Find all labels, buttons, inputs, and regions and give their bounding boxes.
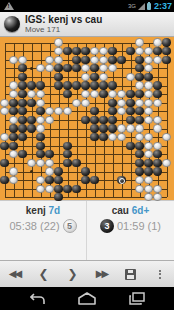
black-stone	[0, 176, 8, 184]
black-stone	[9, 124, 17, 132]
white-stone	[135, 38, 143, 46]
white-stone	[153, 99, 161, 107]
black-captures-badge: 3	[100, 219, 114, 233]
white-stone	[117, 90, 125, 98]
white-stone	[99, 64, 107, 72]
black-stone	[90, 81, 98, 89]
black-stone	[135, 107, 143, 115]
white-stone	[45, 167, 53, 175]
white-stone	[162, 159, 170, 167]
black-stone	[45, 150, 53, 158]
black-stone	[108, 56, 116, 64]
white-stone	[36, 124, 44, 132]
move-toolbar: ◀◀ ❮ ❯ ▶▶	[0, 260, 174, 287]
black-stone	[135, 167, 143, 175]
black-stone	[108, 81, 116, 89]
overflow-menu-icon	[159, 270, 161, 279]
black-stone	[135, 73, 143, 81]
white-stone	[54, 56, 62, 64]
white-stone	[9, 56, 17, 64]
black-stone	[99, 133, 107, 141]
white-stone	[0, 107, 8, 115]
black-stone	[27, 116, 35, 124]
black-stone	[27, 124, 35, 132]
white-stone	[117, 133, 125, 141]
black-stone	[18, 81, 26, 89]
black-stone	[108, 124, 116, 132]
first-move-button[interactable]: ◀◀	[5, 264, 25, 284]
white-stone	[99, 47, 107, 55]
black-stone	[135, 159, 143, 167]
app-header: IGS: kenj vs cau Move 171	[0, 12, 174, 37]
white-stone	[45, 159, 53, 167]
black-stone	[126, 142, 134, 150]
black-stone	[0, 142, 8, 150]
white-clock: 05:38 (22)	[9, 220, 59, 232]
white-stone	[153, 142, 161, 150]
last-move-marker	[119, 178, 125, 184]
white-stone	[135, 47, 143, 55]
black-stone	[99, 124, 107, 132]
home-icon	[78, 292, 96, 305]
black-stone	[135, 150, 143, 158]
black-stone	[126, 116, 134, 124]
black-stone	[54, 167, 62, 175]
black-stone	[90, 124, 98, 132]
white-stone	[162, 133, 170, 141]
black-stone	[45, 176, 53, 184]
white-player-name: kenj	[26, 205, 46, 216]
white-stone	[144, 47, 152, 55]
white-stone	[144, 142, 152, 150]
white-stone	[45, 56, 53, 64]
grid-line	[167, 43, 168, 198]
black-stone	[144, 73, 152, 81]
white-stone	[9, 167, 17, 175]
white-stone	[117, 99, 125, 107]
save-button[interactable]	[121, 264, 141, 284]
white-stone	[135, 133, 143, 141]
black-stone	[27, 81, 35, 89]
white-stone	[45, 64, 53, 72]
black-stone	[36, 150, 44, 158]
white-stone	[117, 107, 125, 115]
white-stone	[36, 185, 44, 193]
black-stone	[18, 133, 26, 141]
white-stone	[144, 56, 152, 64]
white-stone	[135, 124, 143, 132]
black-stone	[54, 64, 62, 72]
black-stone	[36, 107, 44, 115]
white-stone	[126, 73, 134, 81]
black-stone	[18, 64, 26, 72]
black-stone	[18, 150, 26, 158]
grid-line	[122, 43, 123, 198]
white-stone	[18, 56, 26, 64]
white-stone	[0, 99, 8, 107]
black-stone	[63, 81, 71, 89]
white-stone	[81, 64, 89, 72]
black-stone	[153, 159, 161, 167]
black-go-stone-icon	[4, 16, 20, 32]
white-stone	[153, 56, 161, 64]
white-stone	[36, 159, 44, 167]
white-stone	[90, 47, 98, 55]
white-captures-badge: 5	[63, 219, 77, 233]
white-player-rank: 7d	[49, 205, 61, 216]
black-stone	[18, 90, 26, 98]
white-stone	[36, 116, 44, 124]
black-player-panel: cau 6d+ 3 01:59 (1)	[87, 201, 174, 260]
last-move-button[interactable]: ▶▶	[92, 264, 112, 284]
white-stone	[45, 116, 53, 124]
next-move-button[interactable]: ❯	[63, 264, 83, 284]
black-stone	[18, 116, 26, 124]
black-stone	[108, 99, 116, 107]
black-stone	[153, 47, 161, 55]
white-stone	[27, 90, 35, 98]
black-stone	[18, 73, 26, 81]
white-stone	[27, 159, 35, 167]
black-stone	[153, 81, 161, 89]
white-stone	[45, 185, 53, 193]
white-stone	[108, 64, 116, 72]
black-stone	[72, 159, 80, 167]
black-stone	[90, 176, 98, 184]
black-stone	[126, 90, 134, 98]
black-stone	[63, 185, 71, 193]
save-icon	[125, 269, 136, 280]
black-stone	[72, 47, 80, 55]
black-stone	[9, 133, 17, 141]
black-stone	[18, 124, 26, 132]
black-stone	[99, 81, 107, 89]
black-stone	[135, 116, 143, 124]
player-panel: kenj 7d 05:38 (22) 5 cau 6d+ 3 01:59 (1)	[0, 200, 174, 260]
black-stone	[135, 90, 143, 98]
white-stone	[0, 133, 8, 141]
black-stone	[63, 90, 71, 98]
black-stone	[81, 56, 89, 64]
black-player-rank: 6d+	[132, 205, 150, 216]
black-stone	[27, 99, 35, 107]
black-stone	[81, 81, 89, 89]
black-stone	[81, 167, 89, 175]
black-stone	[90, 107, 98, 115]
back-button[interactable]	[26, 291, 50, 307]
back-icon	[30, 293, 46, 305]
black-stone	[135, 142, 143, 150]
black-stone	[108, 107, 116, 115]
status-bar: 3G 2:37	[0, 0, 174, 12]
black-stone	[9, 107, 17, 115]
android-nav-bar	[0, 287, 174, 310]
black-stone	[108, 116, 116, 124]
white-player-panel: kenj 7d 05:38 (22) 5	[0, 201, 87, 260]
white-stone	[144, 133, 152, 141]
signal-icon	[138, 3, 145, 10]
black-stone	[90, 133, 98, 141]
black-stone	[153, 150, 161, 158]
black-stone	[18, 107, 26, 115]
black-stone	[63, 47, 71, 55]
black-stone	[63, 142, 71, 150]
black-player-name: cau	[112, 205, 129, 216]
black-stone	[135, 64, 143, 72]
white-stone	[63, 107, 71, 115]
white-stone	[144, 150, 152, 158]
black-stone	[54, 81, 62, 89]
white-stone	[135, 176, 143, 184]
black-stone	[9, 142, 17, 150]
clock-label: 2:37	[154, 2, 172, 11]
black-stone	[72, 185, 80, 193]
white-stone	[54, 107, 62, 115]
overflow-menu-button[interactable]	[150, 264, 170, 284]
black-stone	[162, 56, 170, 64]
black-stone	[117, 56, 125, 64]
black-stone	[90, 64, 98, 72]
black-stone	[90, 116, 98, 124]
white-stone	[153, 185, 161, 193]
star-point	[30, 67, 33, 70]
white-stone	[81, 90, 89, 98]
black-stone	[72, 56, 80, 64]
black-stone	[144, 159, 152, 167]
white-stone	[126, 124, 134, 132]
black-stone	[99, 116, 107, 124]
black-stone	[81, 176, 89, 184]
white-stone	[153, 38, 161, 46]
white-stone	[99, 73, 107, 81]
black-stone	[90, 73, 98, 81]
go-board[interactable]	[0, 37, 174, 200]
black-stone	[63, 64, 71, 72]
white-stone	[144, 90, 152, 98]
white-stone	[9, 81, 17, 89]
white-stone	[144, 116, 152, 124]
prev-move-button[interactable]: ❮	[34, 264, 54, 284]
black-stone	[81, 47, 89, 55]
white-stone	[90, 56, 98, 64]
black-stone	[72, 64, 80, 72]
black-stone	[126, 99, 134, 107]
white-stone	[45, 107, 53, 115]
battery-icon	[147, 3, 151, 10]
black-stone	[36, 81, 44, 89]
white-stone	[144, 107, 152, 115]
black-stone	[153, 90, 161, 98]
white-stone	[9, 116, 17, 124]
white-stone	[81, 73, 89, 81]
white-stone	[36, 64, 44, 72]
black-stone	[9, 99, 17, 107]
black-stone	[135, 56, 143, 64]
white-stone	[135, 185, 143, 193]
move-number-label: Move 171	[25, 25, 102, 34]
white-stone	[54, 38, 62, 46]
recents-icon	[129, 292, 145, 305]
black-stone	[81, 116, 89, 124]
black-stone	[36, 142, 44, 150]
black-stone	[54, 73, 62, 81]
white-stone	[144, 81, 152, 89]
recents-button[interactable]	[125, 291, 149, 307]
black-stone	[0, 159, 8, 167]
white-stone	[36, 90, 44, 98]
white-stone	[153, 116, 161, 124]
white-stone	[108, 133, 116, 141]
white-stone	[9, 150, 17, 158]
white-stone	[90, 90, 98, 98]
black-stone	[99, 90, 107, 98]
black-stone	[54, 185, 62, 193]
white-stone	[144, 176, 152, 184]
black-stone	[126, 107, 134, 115]
black-stone	[63, 159, 71, 167]
white-stone	[54, 47, 62, 55]
white-stone	[144, 185, 152, 193]
white-stone	[99, 56, 107, 64]
white-stone	[144, 99, 152, 107]
black-stone	[54, 176, 62, 184]
warning-icon	[4, 2, 14, 10]
game-title: IGS: kenj vs cau	[25, 14, 102, 26]
white-stone	[108, 90, 116, 98]
white-stone	[36, 176, 44, 184]
white-stone	[9, 176, 17, 184]
black-stone	[144, 167, 152, 175]
black-clock: 01:59 (1)	[117, 220, 161, 232]
black-stone	[162, 47, 170, 55]
white-stone	[135, 81, 143, 89]
black-stone	[162, 38, 170, 46]
network-type-label: 3G	[128, 3, 136, 9]
last-move-stone	[117, 176, 125, 184]
black-stone	[63, 150, 71, 158]
white-stone	[36, 99, 44, 107]
black-stone	[108, 47, 116, 55]
white-stone	[153, 124, 161, 132]
black-stone	[36, 133, 44, 141]
white-stone	[9, 90, 17, 98]
white-stone	[135, 99, 143, 107]
black-stone	[18, 99, 26, 107]
black-stone	[126, 47, 134, 55]
white-stone	[81, 99, 89, 107]
home-button[interactable]	[75, 291, 99, 307]
white-stone	[72, 99, 80, 107]
grid-line	[5, 197, 167, 198]
star-point	[30, 170, 33, 173]
phone-screen: 3G 2:37 IGS: kenj vs cau Move 171 kenj 7…	[0, 0, 174, 310]
white-stone	[117, 124, 125, 132]
white-stone	[144, 64, 152, 72]
black-stone	[72, 81, 80, 89]
black-stone	[153, 167, 161, 175]
